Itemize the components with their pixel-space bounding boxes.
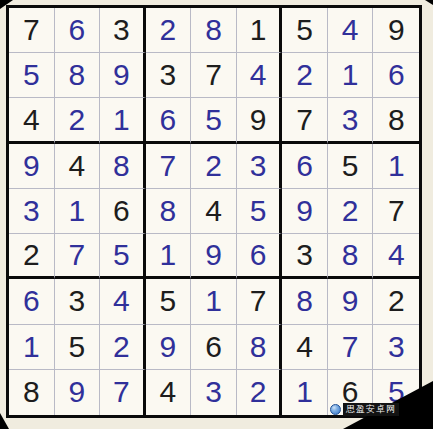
sudoku-screenshot: 7632815495893742164216597389487236513168… xyxy=(0,0,433,429)
sudoku-cell[interactable]: 2 xyxy=(100,325,146,370)
sudoku-cell[interactable]: 3 xyxy=(237,144,283,189)
globe-icon xyxy=(330,404,341,415)
sudoku-cell[interactable]: 4 xyxy=(282,325,328,370)
sudoku-cell[interactable]: 3 xyxy=(55,279,101,324)
sudoku-cell[interactable]: 6 xyxy=(100,189,146,234)
sudoku-cell[interactable]: 4 xyxy=(237,53,283,98)
sudoku-cell[interactable]: 6 xyxy=(9,279,55,324)
sudoku-cell[interactable]: 5 xyxy=(282,8,328,53)
sudoku-cell[interactable]: 5 xyxy=(328,144,374,189)
sudoku-cell[interactable]: 9 xyxy=(9,144,55,189)
sudoku-cell[interactable]: 8 xyxy=(328,234,374,279)
sudoku-cell[interactable]: 1 xyxy=(328,53,374,98)
sudoku-cell[interactable]: 6 xyxy=(282,144,328,189)
sudoku-cell[interactable]: 1 xyxy=(9,325,55,370)
watermark: 思盈安卓网 xyxy=(330,403,399,416)
sudoku-cell[interactable]: 5 xyxy=(191,98,237,143)
sudoku-cell[interactable]: 1 xyxy=(55,189,101,234)
watermark-label: 思盈安卓网 xyxy=(343,403,399,416)
sudoku-cell[interactable]: 5 xyxy=(9,53,55,98)
sudoku-cell[interactable]: 2 xyxy=(55,98,101,143)
sudoku-cell[interactable]: 1 xyxy=(282,370,328,415)
sudoku-cell[interactable]: 7 xyxy=(191,53,237,98)
sudoku-cell[interactable]: 4 xyxy=(9,98,55,143)
sudoku-cell[interactable]: 9 xyxy=(146,325,192,370)
sudoku-cell[interactable]: 1 xyxy=(146,234,192,279)
sudoku-cell[interactable]: 9 xyxy=(237,98,283,143)
sudoku-cell[interactable]: 2 xyxy=(9,234,55,279)
sudoku-cell[interactable]: 9 xyxy=(373,8,419,53)
sudoku-cell[interactable]: 1 xyxy=(191,279,237,324)
sudoku-cell[interactable]: 6 xyxy=(373,53,419,98)
sudoku-cell[interactable]: 2 xyxy=(191,144,237,189)
sudoku-cell[interactable]: 3 xyxy=(328,98,374,143)
sudoku-cell[interactable]: 7 xyxy=(328,325,374,370)
sudoku-cell[interactable]: 5 xyxy=(100,234,146,279)
sudoku-cell[interactable]: 7 xyxy=(9,8,55,53)
sudoku-cell[interactable]: 4 xyxy=(191,189,237,234)
sudoku-cell[interactable]: 9 xyxy=(55,370,101,415)
sudoku-cell[interactable]: 3 xyxy=(9,189,55,234)
sudoku-cell[interactable]: 9 xyxy=(282,189,328,234)
sudoku-cell[interactable]: 1 xyxy=(237,8,283,53)
sudoku-cell[interactable]: 1 xyxy=(100,98,146,143)
corner-artifact-top-right xyxy=(425,0,433,5)
sudoku-cell[interactable]: 6 xyxy=(55,8,101,53)
sudoku-cell[interactable]: 4 xyxy=(100,279,146,324)
sudoku-cell[interactable]: 5 xyxy=(146,279,192,324)
sudoku-cell[interactable]: 7 xyxy=(237,279,283,324)
sudoku-cell[interactable]: 2 xyxy=(146,8,192,53)
sudoku-cell[interactable]: 8 xyxy=(373,98,419,143)
sudoku-cell[interactable]: 3 xyxy=(100,8,146,53)
sudoku-cell[interactable]: 7 xyxy=(100,370,146,415)
sudoku-cell[interactable]: 2 xyxy=(282,53,328,98)
sudoku-cell[interactable]: 6 xyxy=(146,98,192,143)
sudoku-cell[interactable]: 5 xyxy=(55,325,101,370)
sudoku-cell[interactable]: 2 xyxy=(237,370,283,415)
sudoku-cell[interactable]: 9 xyxy=(100,53,146,98)
sudoku-cell[interactable]: 7 xyxy=(55,234,101,279)
sudoku-cell[interactable]: 7 xyxy=(146,144,192,189)
sudoku-cell[interactable]: 8 xyxy=(237,325,283,370)
sudoku-cell[interactable]: 2 xyxy=(328,189,374,234)
sudoku-cell[interactable]: 5 xyxy=(237,189,283,234)
sudoku-cell[interactable]: 3 xyxy=(282,234,328,279)
sudoku-cell[interactable]: 4 xyxy=(373,234,419,279)
sudoku-cell[interactable]: 8 xyxy=(282,279,328,324)
sudoku-cell[interactable]: 8 xyxy=(55,53,101,98)
sudoku-cell[interactable]: 3 xyxy=(373,325,419,370)
sudoku-cell[interactable]: 8 xyxy=(9,370,55,415)
sudoku-cell[interactable]: 4 xyxy=(328,8,374,53)
sudoku-cell[interactable]: 9 xyxy=(328,279,374,324)
sudoku-cell[interactable]: 9 xyxy=(191,234,237,279)
sudoku-cell[interactable]: 8 xyxy=(191,8,237,53)
sudoku-cell[interactable]: 2 xyxy=(373,279,419,324)
sudoku-cell[interactable]: 6 xyxy=(237,234,283,279)
sudoku-cell[interactable]: 8 xyxy=(100,144,146,189)
sudoku-cell[interactable]: 4 xyxy=(55,144,101,189)
sudoku-cell[interactable]: 7 xyxy=(373,189,419,234)
sudoku-cell[interactable]: 8 xyxy=(146,189,192,234)
sudoku-cell[interactable]: 6 xyxy=(191,325,237,370)
sudoku-cell[interactable]: 3 xyxy=(191,370,237,415)
sudoku-cell[interactable]: 4 xyxy=(146,370,192,415)
sudoku-cell[interactable]: 3 xyxy=(146,53,192,98)
sudoku-board: 7632815495893742164216597389487236513168… xyxy=(6,5,422,418)
sudoku-cell[interactable]: 1 xyxy=(373,144,419,189)
sudoku-cell[interactable]: 7 xyxy=(282,98,328,143)
